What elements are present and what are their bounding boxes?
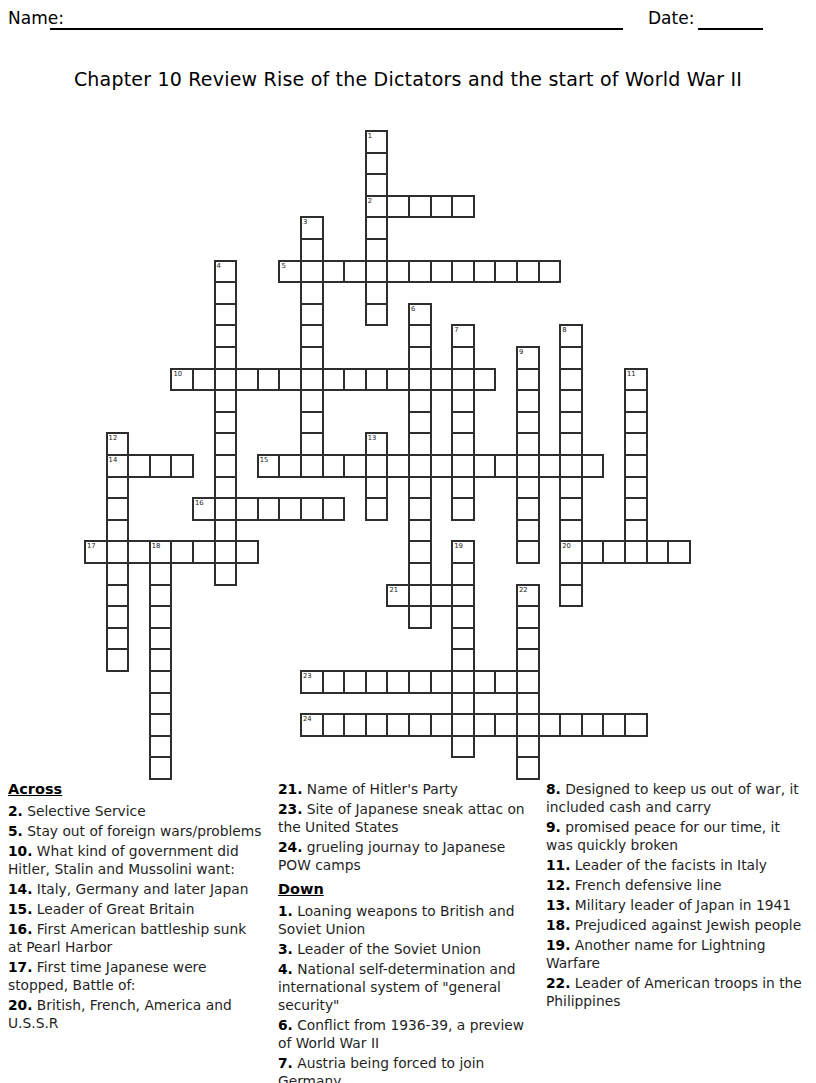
- grid-cell-r17c6[interactable]: [214, 497, 238, 521]
- grid-cell-r12c6[interactable]: [214, 389, 238, 413]
- grid-cell-r11c8[interactable]: [257, 368, 281, 392]
- clue-number: 5.: [8, 823, 23, 839]
- grid-cell-r17c8[interactable]: [257, 497, 281, 521]
- grid-cell-r24c17[interactable]: [451, 648, 475, 672]
- grid-cell-r9c15[interactable]: [408, 324, 432, 348]
- clue-number: 12.: [546, 877, 570, 893]
- grid-cell-r14c10[interactable]: [300, 432, 324, 456]
- grid-cell-r27c22[interactable]: [559, 713, 583, 737]
- grid-cell-r7c13[interactable]: [365, 281, 389, 305]
- grid-cell-r15c20[interactable]: [516, 454, 540, 478]
- grid-cell-r11c4[interactable]: 10: [170, 368, 194, 392]
- grid-cell-r19c4[interactable]: [170, 540, 194, 564]
- cell-number-17: 17: [87, 542, 96, 550]
- grid-cell-r19c23[interactable]: [581, 540, 605, 564]
- grid-cell-r20c3[interactable]: [149, 562, 173, 586]
- grid-cell-r11c20[interactable]: [516, 368, 540, 392]
- grid-cell-r13c25[interactable]: [624, 411, 648, 435]
- cell-number-4: 4: [217, 262, 221, 270]
- grid-cell-r9c10[interactable]: [300, 324, 324, 348]
- grid-cell-r25c16[interactable]: [430, 670, 454, 694]
- grid-cell-r16c6[interactable]: [214, 476, 238, 500]
- clue-1: 1. Loaning weapons to British and Soviet…: [278, 902, 526, 938]
- cell-number-19: 19: [454, 542, 463, 550]
- grid-cell-r11c25[interactable]: 11: [624, 368, 648, 392]
- grid-cell-r27c14[interactable]: [386, 713, 410, 737]
- worksheet-page: { "game": "crossword", "header": { "name…: [0, 0, 816, 1083]
- grid-cell-r18c6[interactable]: [214, 519, 238, 543]
- clue-7: 7. Austria being forced to join Germany: [278, 1054, 526, 1083]
- grid-cell-r6c10[interactable]: [300, 260, 324, 284]
- grid-cell-r15c1[interactable]: 14: [106, 454, 130, 478]
- cell-number-6: 6: [411, 305, 415, 313]
- cell-number-22: 22: [519, 586, 528, 594]
- grid-cell-r25c11[interactable]: [322, 670, 346, 694]
- grid-cell-r11c13[interactable]: [365, 368, 389, 392]
- grid-cell-r19c2[interactable]: [127, 540, 151, 564]
- grid-cell-r19c15[interactable]: [408, 540, 432, 564]
- grid-cell-r6c14[interactable]: [386, 260, 410, 284]
- cell-number-1: 1: [368, 132, 372, 140]
- grid-cell-r0c13[interactable]: 1: [365, 130, 389, 154]
- grid-cell-r29c20[interactable]: [516, 756, 540, 780]
- clue-14: 14. Italy, Germany and later Japan: [8, 880, 262, 898]
- clue-number: 8.: [546, 781, 561, 797]
- grid-cell-r10c22[interactable]: [559, 346, 583, 370]
- clue-number: 10.: [8, 843, 32, 859]
- grid-cell-r13c10[interactable]: [300, 411, 324, 435]
- grid-cell-r27c21[interactable]: [538, 713, 562, 737]
- date-blank-line: [698, 8, 763, 30]
- grid-cell-r21c1[interactable]: [106, 584, 130, 608]
- grid-cell-r11c9[interactable]: [278, 368, 302, 392]
- clue-number: 9.: [546, 819, 561, 835]
- grid-cell-r1c13[interactable]: [365, 152, 389, 176]
- grid-cell-r19c17[interactable]: 19: [451, 540, 475, 564]
- grid-cell-r25c13[interactable]: [365, 670, 389, 694]
- grid-cell-r15c12[interactable]: [343, 454, 367, 478]
- grid-cell-r12c15[interactable]: [408, 389, 432, 413]
- grid-cell-r25c17[interactable]: [451, 670, 475, 694]
- clue-number: 6.: [278, 1017, 293, 1033]
- grid-cell-r19c3[interactable]: 18: [149, 540, 173, 564]
- grid-cell-r13c22[interactable]: [559, 411, 583, 435]
- grid-cell-r24c1[interactable]: [106, 648, 130, 672]
- grid-cell-r11c16[interactable]: [430, 368, 454, 392]
- date-label: Date:: [648, 8, 694, 28]
- clue-12: 12. French defensive line: [546, 876, 808, 894]
- grid-cell-r12c20[interactable]: [516, 389, 540, 413]
- grid-cell-r15c18[interactable]: [473, 454, 497, 478]
- clue-17: 17. First time Japanese were stopped, Ba…: [8, 958, 262, 994]
- clue-number: 16.: [8, 921, 32, 937]
- grid-cell-r16c17[interactable]: [451, 476, 475, 500]
- grid-cell-r14c25[interactable]: [624, 432, 648, 456]
- grid-cell-r18c22[interactable]: [559, 519, 583, 543]
- grid-cell-r16c15[interactable]: [408, 476, 432, 500]
- grid-cell-r15c10[interactable]: [300, 454, 324, 478]
- grid-cell-r17c5[interactable]: 16: [192, 497, 216, 521]
- grid-cell-r7c10[interactable]: [300, 281, 324, 305]
- cell-number-24: 24: [303, 715, 312, 723]
- grid-cell-r19c22[interactable]: 20: [559, 540, 583, 564]
- grid-cell-r17c22[interactable]: [559, 497, 583, 521]
- grid-cell-r4c13[interactable]: [365, 216, 389, 240]
- grid-cell-r20c1[interactable]: [106, 562, 130, 586]
- crossword-grid: 123456789101112131415161718192021222324: [84, 130, 693, 782]
- grid-cell-r11c10[interactable]: [300, 368, 324, 392]
- page-title: Chapter 10 Review Rise of the Dictators …: [0, 68, 816, 90]
- grid-cell-r11c7[interactable]: [235, 368, 259, 392]
- clue-number: 18.: [546, 917, 570, 933]
- clue-number: 24.: [278, 839, 302, 855]
- clue-number: 13.: [546, 897, 570, 913]
- grid-cell-r27c16[interactable]: [430, 713, 454, 737]
- grid-cell-r11c15[interactable]: [408, 368, 432, 392]
- clue-3: 3. Leader of the Soviet Union: [278, 940, 526, 958]
- clue-column-middle: 21. Name of Hitler's Party23. Site of Ja…: [278, 780, 526, 1083]
- grid-cell-r25c3[interactable]: [149, 670, 173, 694]
- grid-cell-r20c17[interactable]: [451, 562, 475, 586]
- grid-cell-r5c10[interactable]: [300, 238, 324, 262]
- grid-cell-r29c3[interactable]: [149, 756, 173, 780]
- clue-number: 1.: [278, 903, 293, 919]
- grid-cell-r6c15[interactable]: [408, 260, 432, 284]
- grid-cell-r19c1[interactable]: [106, 540, 130, 564]
- clue-heading-across: Across: [8, 780, 262, 798]
- clue-number: 17.: [8, 959, 32, 975]
- cell-number-5: 5: [281, 262, 285, 270]
- clue-11: 11. Leader of the facists in Italy: [546, 856, 808, 874]
- clue-number: 7.: [278, 1055, 293, 1071]
- clue-number: 23.: [278, 801, 302, 817]
- grid-cell-r25c14[interactable]: [386, 670, 410, 694]
- grid-cell-r20c22[interactable]: [559, 562, 583, 586]
- grid-cell-r12c10[interactable]: [300, 389, 324, 413]
- grid-cell-r6c9[interactable]: 5: [278, 260, 302, 284]
- grid-cell-r11c18[interactable]: [473, 368, 497, 392]
- grid-cell-r17c1[interactable]: [106, 497, 130, 521]
- grid-cell-r19c7[interactable]: [235, 540, 259, 564]
- grid-cell-r15c19[interactable]: [494, 454, 518, 478]
- grid-cell-r22c15[interactable]: [408, 605, 432, 629]
- cell-number-23: 23: [303, 672, 312, 680]
- grid-cell-r16c25[interactable]: [624, 476, 648, 500]
- grid-cell-r8c15[interactable]: 6: [408, 303, 432, 327]
- grid-cell-r15c6[interactable]: [214, 454, 238, 478]
- clue-number: 21.: [278, 781, 302, 797]
- grid-cell-r19c27[interactable]: [667, 540, 691, 564]
- cell-number-7: 7: [454, 326, 458, 334]
- grid-cell-r23c20[interactable]: [516, 627, 540, 651]
- grid-cell-r15c4[interactable]: [170, 454, 194, 478]
- grid-cell-r19c26[interactable]: [646, 540, 670, 564]
- grid-cell-r13c6[interactable]: [214, 411, 238, 435]
- grid-cell-r19c24[interactable]: [602, 540, 626, 564]
- grid-cell-r6c16[interactable]: [430, 260, 454, 284]
- grid-cell-r3c17[interactable]: [451, 195, 475, 219]
- grid-cell-r15c14[interactable]: [386, 454, 410, 478]
- grid-cell-r12c22[interactable]: [559, 389, 583, 413]
- clue-23: 23. Site of Japanese sneak attac on the …: [278, 800, 526, 836]
- clue-15: 15. Leader of Great Britain: [8, 900, 262, 918]
- clue-number: 20.: [8, 997, 32, 1013]
- grid-cell-r11c5[interactable]: [192, 368, 216, 392]
- grid-cell-r27c3[interactable]: [149, 713, 173, 737]
- grid-cell-r3c15[interactable]: [408, 195, 432, 219]
- grid-cell-r17c10[interactable]: [300, 497, 324, 521]
- clue-20: 20. British, French, America and U.S.S.R: [8, 996, 262, 1032]
- grid-cell-r3c14[interactable]: [386, 195, 410, 219]
- grid-cell-r14c1[interactable]: 12: [106, 432, 130, 456]
- cell-number-18: 18: [152, 542, 161, 550]
- grid-cell-r23c17[interactable]: [451, 627, 475, 651]
- grid-cell-r18c15[interactable]: [408, 519, 432, 543]
- grid-cell-r17c11[interactable]: [322, 497, 346, 521]
- grid-cell-r16c13[interactable]: [365, 476, 389, 500]
- clue-number: 22.: [546, 975, 570, 991]
- grid-cell-r6c6[interactable]: 4: [214, 260, 238, 284]
- grid-cell-r4c10[interactable]: 3: [300, 216, 324, 240]
- grid-cell-r22c20[interactable]: [516, 605, 540, 629]
- cell-number-12: 12: [109, 434, 118, 442]
- clue-8: 8. Designed to keep us out of war, it in…: [546, 780, 808, 816]
- clue-number: 2.: [8, 803, 23, 819]
- grid-cell-r14c15[interactable]: [408, 432, 432, 456]
- grid-cell-r24c3[interactable]: [149, 648, 173, 672]
- cell-number-16: 16: [195, 499, 204, 507]
- grid-cell-r21c14[interactable]: 21: [386, 584, 410, 608]
- grid-cell-r6c13[interactable]: [365, 260, 389, 284]
- clue-number: 14.: [8, 881, 32, 897]
- clue-column-right: 8. Designed to keep us out of war, it in…: [546, 780, 808, 1012]
- grid-cell-r27c11[interactable]: [322, 713, 346, 737]
- grid-cell-r6c12[interactable]: [343, 260, 367, 284]
- clue-4: 4. National self-determination and inter…: [278, 960, 526, 1014]
- cell-number-11: 11: [627, 370, 636, 378]
- grid-cell-r21c16[interactable]: [430, 584, 454, 608]
- grid-cell-r24c20[interactable]: [516, 648, 540, 672]
- name-blank-line: [50, 8, 623, 30]
- grid-cell-r14c13[interactable]: 13: [365, 432, 389, 456]
- grid-cell-r22c3[interactable]: [149, 605, 173, 629]
- grid-cell-r19c0[interactable]: 17: [84, 540, 108, 564]
- grid-cell-r8c6[interactable]: [214, 303, 238, 327]
- grid-cell-r26c3[interactable]: [149, 692, 173, 716]
- clue-16: 16. First American battleship sunk at Pe…: [8, 920, 262, 956]
- grid-cell-r11c17[interactable]: [451, 368, 475, 392]
- grid-cell-r10c17[interactable]: [451, 346, 475, 370]
- grid-cell-r28c17[interactable]: [451, 735, 475, 759]
- grid-cell-r15c16[interactable]: [430, 454, 454, 478]
- clue-6: 6. Conflict from 1936-39, a preview of W…: [278, 1016, 526, 1052]
- cell-number-21: 21: [389, 586, 398, 594]
- grid-cell-r15c23[interactable]: [581, 454, 605, 478]
- grid-cell-r21c15[interactable]: [408, 584, 432, 608]
- grid-cell-r27c17[interactable]: [451, 713, 475, 737]
- grid-cell-r12c25[interactable]: [624, 389, 648, 413]
- grid-cell-r28c20[interactable]: [516, 735, 540, 759]
- grid-cell-r22c1[interactable]: [106, 605, 130, 629]
- grid-cell-r14c22[interactable]: [559, 432, 583, 456]
- grid-cell-r15c13[interactable]: [365, 454, 389, 478]
- grid-cell-r9c17[interactable]: 7: [451, 324, 475, 348]
- grid-cell-r11c14[interactable]: [386, 368, 410, 392]
- grid-cell-r21c3[interactable]: [149, 584, 173, 608]
- grid-cell-r25c19[interactable]: [494, 670, 518, 694]
- grid-cell-r13c20[interactable]: [516, 411, 540, 435]
- grid-cell-r14c17[interactable]: [451, 432, 475, 456]
- grid-cell-r15c15[interactable]: [408, 454, 432, 478]
- clue-number: 3.: [278, 941, 293, 957]
- cell-number-13: 13: [368, 434, 377, 442]
- cell-number-2: 2: [368, 197, 372, 205]
- cell-number-15: 15: [260, 456, 269, 464]
- grid-cell-r3c16[interactable]: [430, 195, 454, 219]
- grid-cell-r16c1[interactable]: [106, 476, 130, 500]
- grid-cell-r14c6[interactable]: [214, 432, 238, 456]
- clue-5: 5. Stay out of foreign wars/problems: [8, 822, 262, 840]
- grid-cell-r15c22[interactable]: [559, 454, 583, 478]
- grid-cell-r10c10[interactable]: [300, 346, 324, 370]
- grid-cell-r23c3[interactable]: [149, 627, 173, 651]
- clue-19: 19. Another name for Lightning Warfare: [546, 936, 808, 972]
- grid-cell-r6c11[interactable]: [322, 260, 346, 284]
- cell-number-9: 9: [519, 348, 523, 356]
- grid-cell-r18c20[interactable]: [516, 519, 540, 543]
- grid-cell-r25c12[interactable]: [343, 670, 367, 694]
- grid-cell-r17c7[interactable]: [235, 497, 259, 521]
- grid-cell-r6c18[interactable]: [473, 260, 497, 284]
- clue-number: 11.: [546, 857, 570, 873]
- grid-cell-r27c19[interactable]: [494, 713, 518, 737]
- grid-cell-r23c1[interactable]: [106, 627, 130, 651]
- grid-cell-r19c6[interactable]: [214, 540, 238, 564]
- clue-18: 18. Prejudiced against Jewish people: [546, 916, 808, 934]
- grid-cell-r25c18[interactable]: [473, 670, 497, 694]
- grid-cell-r10c15[interactable]: [408, 346, 432, 370]
- clue-number: 15.: [8, 901, 32, 917]
- grid-cell-r21c22[interactable]: [559, 584, 583, 608]
- grid-cell-r18c25[interactable]: [624, 519, 648, 543]
- clue-heading-down: Down: [278, 880, 526, 898]
- grid-cell-r17c25[interactable]: [624, 497, 648, 521]
- cell-number-8: 8: [562, 326, 566, 334]
- grid-cell-r27c20[interactable]: [516, 713, 540, 737]
- grid-cell-r27c12[interactable]: [343, 713, 367, 737]
- grid-cell-r12c17[interactable]: [451, 389, 475, 413]
- grid-cell-r17c20[interactable]: [516, 497, 540, 521]
- grid-cell-r22c17[interactable]: [451, 605, 475, 629]
- grid-cell-r9c22[interactable]: 8: [559, 324, 583, 348]
- clue-2: 2. Selective Service: [8, 802, 262, 820]
- grid-cell-r17c13[interactable]: [365, 497, 389, 521]
- grid-cell-r13c15[interactable]: [408, 411, 432, 435]
- cell-number-20: 20: [562, 542, 571, 550]
- grid-cell-r15c8[interactable]: 15: [257, 454, 281, 478]
- grid-cell-r25c20[interactable]: [516, 670, 540, 694]
- grid-cell-r19c5[interactable]: [192, 540, 216, 564]
- grid-cell-r16c22[interactable]: [559, 476, 583, 500]
- grid-cell-r25c10[interactable]: 23: [300, 670, 324, 694]
- grid-cell-r16c20[interactable]: [516, 476, 540, 500]
- grid-cell-r28c3[interactable]: [149, 735, 173, 759]
- grid-cell-r6c19[interactable]: [494, 260, 518, 284]
- grid-cell-r26c17[interactable]: [451, 692, 475, 716]
- grid-cell-r11c6[interactable]: [214, 368, 238, 392]
- clue-10: 10. What kind of government did Hitler, …: [8, 842, 262, 878]
- clue-24: 24. grueling journay to Japanese POW cam…: [278, 838, 526, 874]
- grid-cell-r10c20[interactable]: 9: [516, 346, 540, 370]
- grid-cell-r17c17[interactable]: [451, 497, 475, 521]
- grid-cell-r15c11[interactable]: [322, 454, 346, 478]
- grid-cell-r20c15[interactable]: [408, 562, 432, 586]
- clue-number: 4.: [278, 961, 293, 977]
- grid-cell-r19c20[interactable]: [516, 540, 540, 564]
- grid-cell-r6c21[interactable]: [538, 260, 562, 284]
- grid-cell-r11c22[interactable]: [559, 368, 583, 392]
- grid-cell-r6c20[interactable]: [516, 260, 540, 284]
- grid-cell-r7c6[interactable]: [214, 281, 238, 305]
- grid-cell-r21c17[interactable]: [451, 584, 475, 608]
- grid-cell-r13c17[interactable]: [451, 411, 475, 435]
- grid-cell-r8c10[interactable]: [300, 303, 324, 327]
- grid-cell-r20c6[interactable]: [214, 562, 238, 586]
- grid-cell-r14c20[interactable]: [516, 432, 540, 456]
- clue-22: 22. Leader of American troops in the Phi…: [546, 974, 808, 1010]
- grid-cell-r27c18[interactable]: [473, 713, 497, 737]
- grid-cell-r25c15[interactable]: [408, 670, 432, 694]
- grid-cell-r15c9[interactable]: [278, 454, 302, 478]
- grid-cell-r15c2[interactable]: [127, 454, 151, 478]
- grid-cell-r26c20[interactable]: [516, 692, 540, 716]
- clue-column-across: Across2. Selective Service5. Stay out of…: [8, 780, 262, 1034]
- grid-cell-r11c12[interactable]: [343, 368, 367, 392]
- grid-cell-r21c20[interactable]: 22: [516, 584, 540, 608]
- grid-cell-r27c25[interactable]: [624, 713, 648, 737]
- grid-cell-r15c25[interactable]: [624, 454, 648, 478]
- cell-number-3: 3: [303, 218, 307, 226]
- grid-cell-r8c13[interactable]: [365, 303, 389, 327]
- grid-cell-r19c25[interactable]: [624, 540, 648, 564]
- grid-cell-r10c6[interactable]: [214, 346, 238, 370]
- grid-cell-r15c3[interactable]: [149, 454, 173, 478]
- grid-cell-r15c17[interactable]: [451, 454, 475, 478]
- grid-cell-r27c15[interactable]: [408, 713, 432, 737]
- grid-cell-r27c10[interactable]: 24: [300, 713, 324, 737]
- grid-cell-r18c1[interactable]: [106, 519, 130, 543]
- clue-number: 19.: [546, 937, 570, 953]
- grid-cell-r15c21[interactable]: [538, 454, 562, 478]
- grid-cell-r11c11[interactable]: [322, 368, 346, 392]
- grid-cell-r9c6[interactable]: [214, 324, 238, 348]
- grid-cell-r2c13[interactable]: [365, 173, 389, 197]
- grid-cell-r27c13[interactable]: [365, 713, 389, 737]
- grid-cell-r3c13[interactable]: 2: [365, 195, 389, 219]
- grid-cell-r27c23[interactable]: [581, 713, 605, 737]
- grid-cell-r6c17[interactable]: [451, 260, 475, 284]
- clue-9: 9. promised peace for our time, it was q…: [546, 818, 808, 854]
- clue-13: 13. Military leader of Japan in 1941: [546, 896, 808, 914]
- grid-cell-r27c24[interactable]: [602, 713, 626, 737]
- cell-number-14: 14: [109, 456, 118, 464]
- cell-number-10: 10: [173, 370, 182, 378]
- grid-cell-r17c15[interactable]: [408, 497, 432, 521]
- clue-21: 21. Name of Hitler's Party: [278, 780, 526, 798]
- grid-cell-r17c9[interactable]: [278, 497, 302, 521]
- grid-cell-r5c13[interactable]: [365, 238, 389, 262]
